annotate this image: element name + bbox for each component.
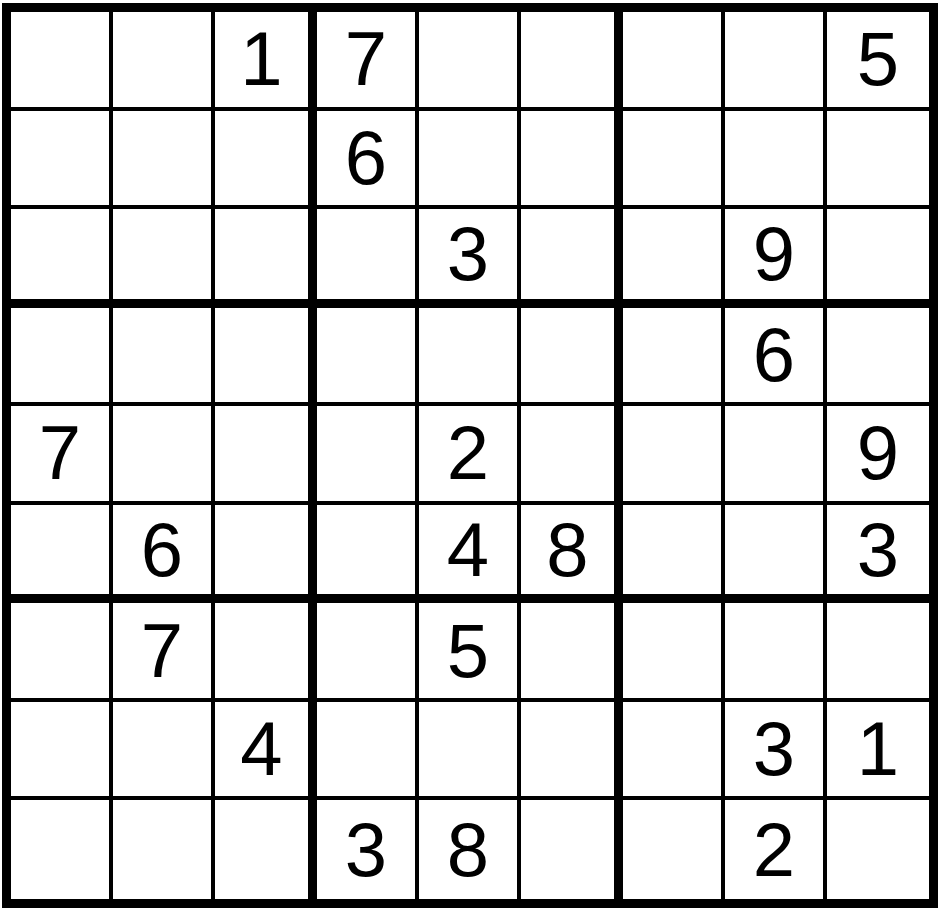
sudoku-board: 1756396729648375431382 [2,3,938,908]
cell-r9c2[interactable] [113,800,215,899]
cell-r5c3[interactable] [215,406,317,505]
cell-r7c6[interactable] [521,603,623,702]
given-digit: 8 [447,812,489,888]
cell-r5c5[interactable]: 2 [419,406,521,505]
cell-r2c9[interactable] [827,111,929,210]
given-digit: 5 [857,21,899,97]
cell-r2c2[interactable] [113,111,215,210]
cell-r4c9[interactable] [827,308,929,407]
given-digit: 6 [141,512,183,588]
cell-r7c1[interactable] [11,603,113,702]
cell-r2c3[interactable] [215,111,317,210]
cell-r6c7[interactable] [623,505,725,604]
cell-r9c4[interactable]: 3 [317,800,419,899]
cell-r3c7[interactable] [623,209,725,308]
given-digit: 9 [753,216,795,292]
cell-r2c4[interactable]: 6 [317,111,419,210]
cell-r3c1[interactable] [11,209,113,308]
cell-r1c7[interactable] [623,12,725,111]
cell-r2c7[interactable] [623,111,725,210]
given-digit: 7 [345,21,387,97]
cell-r4c4[interactable] [317,308,419,407]
given-digit: 3 [753,711,795,787]
given-digit: 1 [857,711,899,787]
cell-r8c4[interactable] [317,702,419,801]
cell-r5c4[interactable] [317,406,419,505]
cell-r7c9[interactable] [827,603,929,702]
cell-r8c2[interactable] [113,702,215,801]
cell-r7c5[interactable]: 5 [419,603,521,702]
cell-r7c3[interactable] [215,603,317,702]
cell-r6c3[interactable] [215,505,317,604]
cell-r6c4[interactable] [317,505,419,604]
given-digit: 1 [240,21,282,97]
cell-r7c7[interactable] [623,603,725,702]
cell-r9c1[interactable] [11,800,113,899]
cell-r8c8[interactable]: 3 [725,702,827,801]
given-digit: 6 [753,317,795,393]
cell-r8c5[interactable] [419,702,521,801]
cell-r2c1[interactable] [11,111,113,210]
cell-r6c6[interactable]: 8 [521,505,623,604]
cell-r8c9[interactable]: 1 [827,702,929,801]
cell-r2c5[interactable] [419,111,521,210]
given-digit: 4 [447,512,489,588]
cell-r3c6[interactable] [521,209,623,308]
given-digit: 2 [753,812,795,888]
cell-r3c5[interactable]: 3 [419,209,521,308]
page: 1756396729648375431382 [0,0,940,910]
cell-r3c4[interactable] [317,209,419,308]
cell-r9c6[interactable] [521,800,623,899]
cell-r1c8[interactable] [725,12,827,111]
cell-r5c1[interactable]: 7 [11,406,113,505]
cell-r4c8[interactable]: 6 [725,308,827,407]
cell-r7c8[interactable] [725,603,827,702]
cell-r1c9[interactable]: 5 [827,12,929,111]
cell-r2c6[interactable] [521,111,623,210]
cell-r7c2[interactable]: 7 [113,603,215,702]
cell-r8c1[interactable] [11,702,113,801]
cell-r7c4[interactable] [317,603,419,702]
cell-r6c9[interactable]: 3 [827,505,929,604]
cell-r3c3[interactable] [215,209,317,308]
cell-r6c8[interactable] [725,505,827,604]
cell-r1c6[interactable] [521,12,623,111]
given-digit: 2 [447,415,489,491]
cell-r4c1[interactable] [11,308,113,407]
given-digit: 7 [141,613,183,689]
given-digit: 9 [857,415,899,491]
given-digit: 7 [39,415,81,491]
given-digit: 3 [857,512,899,588]
cell-r1c3[interactable]: 1 [215,12,317,111]
cell-r3c9[interactable] [827,209,929,308]
cell-r5c9[interactable]: 9 [827,406,929,505]
cell-r6c2[interactable]: 6 [113,505,215,604]
given-digit: 3 [345,812,387,888]
cell-r8c7[interactable] [623,702,725,801]
cell-r5c8[interactable] [725,406,827,505]
cell-r5c6[interactable] [521,406,623,505]
given-digit: 5 [447,613,489,689]
cell-r9c7[interactable] [623,800,725,899]
cell-r8c3[interactable]: 4 [215,702,317,801]
given-digit: 3 [447,216,489,292]
cell-r1c4[interactable]: 7 [317,12,419,111]
cell-r3c8[interactable]: 9 [725,209,827,308]
cell-r6c1[interactable] [11,505,113,604]
cell-r8c6[interactable] [521,702,623,801]
cell-r4c6[interactable] [521,308,623,407]
cell-r4c3[interactable] [215,308,317,407]
cell-r9c3[interactable] [215,800,317,899]
cell-r6c5[interactable]: 4 [419,505,521,604]
given-digit: 6 [345,120,387,196]
cell-r9c9[interactable] [827,800,929,899]
cell-r5c2[interactable] [113,406,215,505]
cell-r1c5[interactable] [419,12,521,111]
cell-r2c8[interactable] [725,111,827,210]
cell-r1c2[interactable] [113,12,215,111]
cell-r5c7[interactable] [623,406,725,505]
cell-r4c2[interactable] [113,308,215,407]
cell-r1c1[interactable] [11,12,113,111]
cell-r3c2[interactable] [113,209,215,308]
given-digit: 8 [546,512,588,588]
cell-r4c5[interactable] [419,308,521,407]
cell-r4c7[interactable] [623,308,725,407]
cell-r9c8[interactable]: 2 [725,800,827,899]
given-digit: 4 [240,711,282,787]
cell-r9c5[interactable]: 8 [419,800,521,899]
